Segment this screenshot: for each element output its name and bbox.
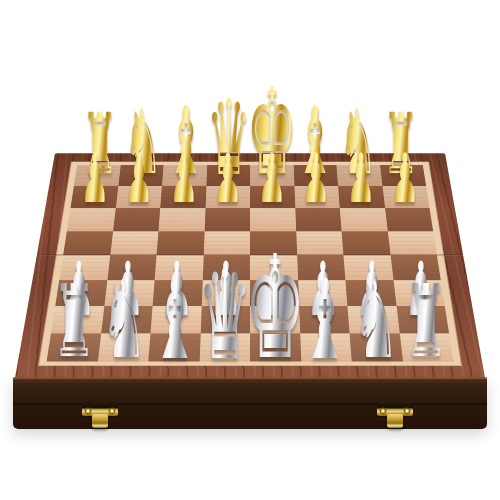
square-d5 bbox=[203, 231, 250, 255]
square-c3 bbox=[153, 280, 203, 306]
square-a8 bbox=[74, 165, 121, 186]
square-a1 bbox=[47, 333, 101, 361]
square-h8 bbox=[380, 165, 427, 186]
square-f2 bbox=[299, 306, 350, 333]
square-f6 bbox=[295, 208, 342, 231]
square-a4 bbox=[59, 255, 110, 280]
square-e6 bbox=[250, 208, 296, 231]
square-d3 bbox=[201, 280, 250, 306]
square-e8 bbox=[250, 165, 294, 186]
square-g6 bbox=[340, 208, 388, 231]
square-g1 bbox=[350, 333, 403, 361]
square-d1 bbox=[199, 333, 250, 361]
square-c4 bbox=[155, 255, 204, 280]
brass-latch-left bbox=[79, 402, 121, 430]
square-g3 bbox=[345, 280, 396, 306]
square-h7 bbox=[382, 186, 429, 208]
square-h4 bbox=[390, 255, 441, 280]
square-c7 bbox=[160, 186, 206, 208]
square-e3 bbox=[250, 280, 299, 306]
board-top-surface bbox=[15, 153, 485, 378]
square-h3 bbox=[393, 280, 445, 306]
square-g2 bbox=[347, 306, 399, 333]
square-c2 bbox=[150, 306, 201, 333]
square-d6 bbox=[204, 208, 250, 231]
square-g4 bbox=[343, 255, 393, 280]
square-f1 bbox=[300, 333, 352, 361]
latch-tab-icon bbox=[387, 414, 403, 428]
square-e5 bbox=[250, 231, 297, 255]
square-h1 bbox=[399, 333, 453, 361]
square-b2 bbox=[101, 306, 153, 333]
square-g5 bbox=[342, 231, 391, 255]
square-b5 bbox=[110, 231, 159, 255]
square-b3 bbox=[104, 280, 155, 306]
square-a6 bbox=[67, 208, 115, 231]
square-a2 bbox=[51, 306, 104, 333]
square-g7 bbox=[338, 186, 385, 208]
square-c6 bbox=[158, 208, 205, 231]
square-b4 bbox=[107, 255, 157, 280]
square-a3 bbox=[55, 280, 107, 306]
square-f7 bbox=[294, 186, 340, 208]
square-b1 bbox=[97, 333, 150, 361]
square-g8 bbox=[336, 165, 382, 186]
brass-latch-right bbox=[374, 402, 416, 430]
chess-set-photo: ♜♞♝♛♚♝♞♜♟♟♟♟♟♟♟♟♟♟♟♟♟♟♟♟♜♞♝♛♚♝♞♜ bbox=[0, 0, 500, 500]
square-b6 bbox=[113, 208, 161, 231]
square-c5 bbox=[157, 231, 205, 255]
square-h6 bbox=[385, 208, 433, 231]
square-c8 bbox=[162, 165, 207, 186]
latch-tab-icon bbox=[92, 414, 108, 428]
square-a7 bbox=[70, 186, 117, 208]
square-d8 bbox=[206, 165, 250, 186]
square-e7 bbox=[250, 186, 295, 208]
board-grid bbox=[47, 165, 454, 362]
square-f5 bbox=[296, 231, 344, 255]
square-h5 bbox=[387, 231, 437, 255]
fold-seam bbox=[37, 254, 464, 256]
square-f3 bbox=[298, 280, 348, 306]
square-e1 bbox=[250, 333, 301, 361]
square-d4 bbox=[202, 255, 250, 280]
square-e4 bbox=[250, 255, 298, 280]
square-d2 bbox=[200, 306, 250, 333]
square-b8 bbox=[118, 165, 164, 186]
square-f8 bbox=[293, 165, 338, 186]
square-b7 bbox=[115, 186, 162, 208]
square-a5 bbox=[63, 231, 113, 255]
square-h2 bbox=[396, 306, 449, 333]
square-f4 bbox=[297, 255, 346, 280]
square-c1 bbox=[148, 333, 200, 361]
square-e2 bbox=[250, 306, 300, 333]
square-d7 bbox=[205, 186, 250, 208]
